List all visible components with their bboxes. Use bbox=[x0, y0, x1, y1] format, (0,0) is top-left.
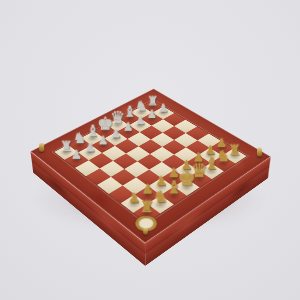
hinge-knob-icon bbox=[257, 147, 262, 156]
hinge-right bbox=[253, 152, 266, 160]
piece-brass-R-h8: ♜ bbox=[140, 198, 154, 214]
piece-brass-B-f8: ♝ bbox=[166, 179, 182, 196]
hinge-knob-icon bbox=[39, 143, 44, 152]
clasp-knob-icon bbox=[143, 227, 148, 234]
piece-anchor-h2: ♟ bbox=[68, 154, 85, 165]
piece-brass-P-h7: ♟ bbox=[128, 191, 140, 204]
hinge-left bbox=[35, 147, 48, 155]
clasp-latch bbox=[138, 228, 153, 239]
piece-anchor-h8: ♜ bbox=[137, 206, 156, 219]
piece-brass-R-a8: ♜ bbox=[228, 142, 241, 156]
product-photo: ♜♟♟♜♞♟♟♞♝♟♟♝♛♟♟♛♚♟♟♚♝♟♟♝♞♟♟♞♜♟♟♜ bbox=[0, 0, 300, 300]
piece-silver-P-h2: ♟ bbox=[71, 148, 82, 160]
piece-brass-N-g8: ♞ bbox=[153, 188, 168, 205]
piece-brass-P-g7: ♟ bbox=[142, 182, 154, 195]
